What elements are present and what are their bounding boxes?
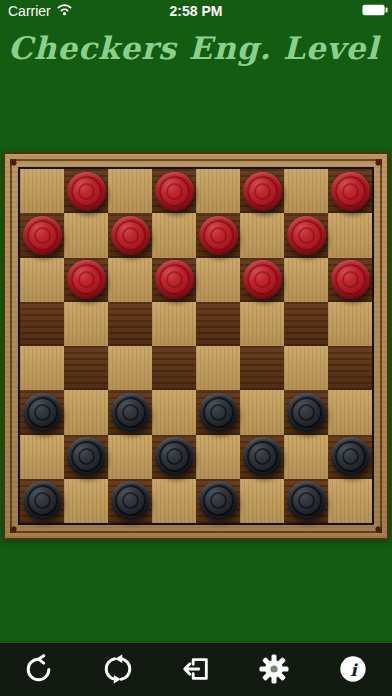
square-r4c4[interactable] (152, 302, 196, 346)
page-title: Checkers Eng. Level 3 (8, 22, 388, 74)
status-bar: Carrier 2:58 PM (0, 0, 392, 22)
square-r6c5[interactable] (196, 390, 240, 434)
square-r6c3[interactable] (108, 390, 152, 434)
square-r1c7[interactable] (284, 169, 328, 213)
red-piece[interactable] (287, 216, 326, 255)
red-piece[interactable] (67, 172, 106, 211)
black-piece[interactable] (199, 393, 238, 432)
undo-button[interactable] (16, 647, 62, 693)
black-piece[interactable] (155, 437, 194, 476)
red-piece[interactable] (111, 216, 150, 255)
square-r4c5[interactable] (196, 302, 240, 346)
square-r7c2[interactable] (64, 435, 108, 479)
square-r3c2[interactable] (64, 258, 108, 302)
square-r3c1[interactable] (20, 258, 64, 302)
board (18, 167, 374, 525)
square-r7c1[interactable] (20, 435, 64, 479)
square-r2c1[interactable] (20, 213, 64, 257)
red-piece[interactable] (243, 172, 282, 211)
square-r6c7[interactable] (284, 390, 328, 434)
red-piece[interactable] (155, 260, 194, 299)
board-frame (3, 152, 389, 540)
battery-icon (362, 2, 388, 20)
square-r1c6[interactable] (240, 169, 284, 213)
square-r3c4[interactable] (152, 258, 196, 302)
square-r7c4[interactable] (152, 435, 196, 479)
square-r4c7[interactable] (284, 302, 328, 346)
board-grid (20, 169, 372, 523)
black-piece[interactable] (287, 481, 326, 520)
square-r7c6[interactable] (240, 435, 284, 479)
exit-arrow-icon (181, 654, 211, 687)
black-piece[interactable] (111, 393, 150, 432)
screen: Carrier 2:58 PM Checkers Eng. Level 3 (0, 0, 392, 696)
black-piece[interactable] (111, 481, 150, 520)
square-r8c8[interactable] (328, 479, 372, 523)
square-r7c8[interactable] (328, 435, 372, 479)
square-r3c5[interactable] (196, 258, 240, 302)
settings-button[interactable] (251, 647, 297, 693)
square-r6c4[interactable] (152, 390, 196, 434)
red-piece[interactable] (67, 260, 106, 299)
square-r3c6[interactable] (240, 258, 284, 302)
square-r5c1[interactable] (20, 346, 64, 390)
black-piece[interactable] (199, 481, 238, 520)
square-r5c4[interactable] (152, 346, 196, 390)
square-r4c3[interactable] (108, 302, 152, 346)
red-piece[interactable] (331, 260, 370, 299)
refresh-rotate-icon (103, 654, 133, 687)
square-r5c3[interactable] (108, 346, 152, 390)
square-r2c4[interactable] (152, 213, 196, 257)
square-r8c7[interactable] (284, 479, 328, 523)
square-r3c7[interactable] (284, 258, 328, 302)
black-piece[interactable] (67, 437, 106, 476)
square-r4c6[interactable] (240, 302, 284, 346)
square-r8c2[interactable] (64, 479, 108, 523)
square-r3c8[interactable] (328, 258, 372, 302)
square-r8c4[interactable] (152, 479, 196, 523)
square-r7c7[interactable] (284, 435, 328, 479)
square-r6c1[interactable] (20, 390, 64, 434)
square-r8c3[interactable] (108, 479, 152, 523)
black-piece[interactable] (23, 393, 62, 432)
info-icon: i (338, 654, 368, 687)
red-piece[interactable] (199, 216, 238, 255)
square-r6c8[interactable] (328, 390, 372, 434)
square-r1c1[interactable] (20, 169, 64, 213)
square-r3c3[interactable] (108, 258, 152, 302)
square-r1c2[interactable] (64, 169, 108, 213)
clock: 2:58 PM (0, 0, 392, 22)
square-r2c5[interactable] (196, 213, 240, 257)
gear-icon (258, 653, 290, 688)
square-r7c3[interactable] (108, 435, 152, 479)
red-piece[interactable] (155, 172, 194, 211)
square-r5c6[interactable] (240, 346, 284, 390)
square-r1c5[interactable] (196, 169, 240, 213)
red-piece[interactable] (331, 172, 370, 211)
new-game-button[interactable] (95, 647, 141, 693)
square-r6c2[interactable] (64, 390, 108, 434)
black-piece[interactable] (331, 437, 370, 476)
black-piece[interactable] (287, 393, 326, 432)
toolbar: i (0, 643, 392, 696)
square-r1c3[interactable] (108, 169, 152, 213)
square-r1c8[interactable] (328, 169, 372, 213)
square-r8c1[interactable] (20, 479, 64, 523)
square-r4c2[interactable] (64, 302, 108, 346)
square-r6c6[interactable] (240, 390, 284, 434)
square-r5c5[interactable] (196, 346, 240, 390)
black-piece[interactable] (243, 437, 282, 476)
square-r4c8[interactable] (328, 302, 372, 346)
undo-rotate-ccw-icon (24, 654, 54, 687)
square-r7c5[interactable] (196, 435, 240, 479)
square-r8c6[interactable] (240, 479, 284, 523)
square-r5c8[interactable] (328, 346, 372, 390)
square-r2c2[interactable] (64, 213, 108, 257)
square-r2c6[interactable] (240, 213, 284, 257)
info-button[interactable]: i (330, 647, 376, 693)
square-r5c7[interactable] (284, 346, 328, 390)
square-r2c8[interactable] (328, 213, 372, 257)
red-piece[interactable] (243, 260, 282, 299)
square-r2c3[interactable] (108, 213, 152, 257)
red-piece[interactable] (23, 216, 62, 255)
exit-button[interactable] (173, 647, 219, 693)
black-piece[interactable] (23, 481, 62, 520)
square-r4c1[interactable] (20, 302, 64, 346)
square-r5c2[interactable] (64, 346, 108, 390)
square-r2c7[interactable] (284, 213, 328, 257)
square-r1c4[interactable] (152, 169, 196, 213)
square-r8c5[interactable] (196, 479, 240, 523)
